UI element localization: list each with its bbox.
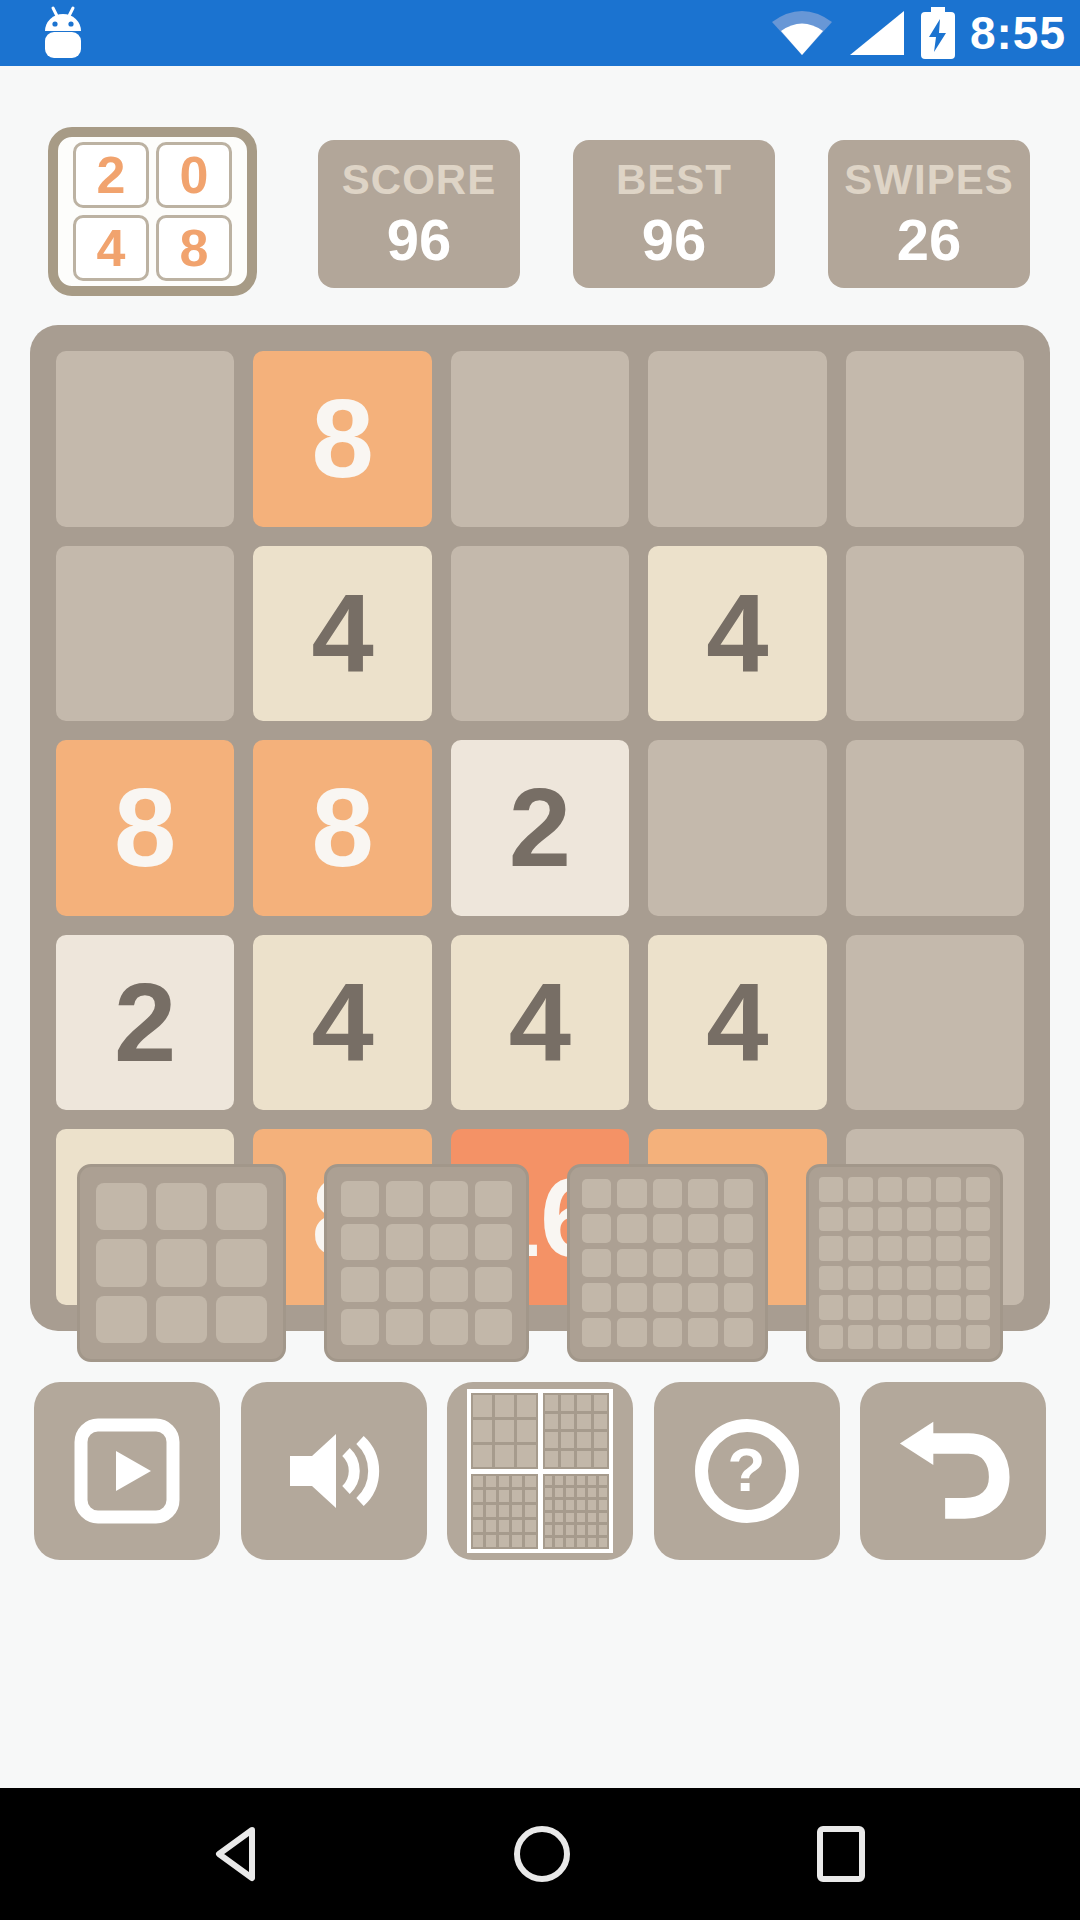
size-option-cell [878, 1177, 902, 1202]
size-option-cell [386, 1267, 424, 1303]
empty-cell [648, 351, 826, 527]
icon-mini-cell [545, 1525, 553, 1534]
size-option-cell [819, 1236, 843, 1261]
icon-mini-cell [566, 1538, 574, 1547]
icon-mini-cell [561, 1414, 574, 1430]
icon-mini-cell [517, 1395, 536, 1417]
size-option-cell [156, 1296, 207, 1343]
empty-cell [648, 740, 826, 916]
icon-mini-cell [561, 1432, 574, 1448]
home-button[interactable] [513, 1823, 571, 1885]
icon-mini-cell [473, 1520, 483, 1532]
icon-mini-cell [555, 1513, 563, 1522]
icon-mini-cell [512, 1490, 522, 1502]
icon-mini-cell [545, 1538, 553, 1547]
icon-mini-cell [555, 1538, 563, 1547]
stat-label: BEST [616, 156, 732, 204]
size-option-cell [430, 1309, 468, 1345]
icon-mini-cell [555, 1476, 563, 1485]
size-option-cell [688, 1214, 717, 1243]
icon-mini-cell [512, 1476, 522, 1488]
size-option-cell [819, 1295, 843, 1320]
size-option-cell [878, 1325, 902, 1350]
play-button[interactable] [34, 1382, 220, 1560]
wifi-icon [769, 9, 835, 57]
size-option-cell [582, 1249, 611, 1278]
size-option-cell [966, 1325, 990, 1350]
logo-cell: 4 [73, 215, 149, 281]
stat-label: SWIPES [844, 156, 1013, 204]
icon-mini-cell [588, 1488, 596, 1497]
icon-mini-cell [555, 1525, 563, 1534]
sound-icon [276, 1416, 392, 1526]
empty-cell [56, 351, 234, 527]
android-robot-icon [28, 5, 98, 61]
size-option-cell [430, 1181, 468, 1217]
icon-mini-cell [594, 1414, 607, 1430]
size-option-cell [653, 1283, 682, 1312]
icon-mini-cell [525, 1520, 535, 1532]
logo-grid: 2048 [73, 142, 232, 281]
icon-mini-cell [499, 1520, 509, 1532]
size-option-cell [386, 1309, 424, 1345]
size-option-cell [724, 1283, 753, 1312]
size-option-cell [475, 1224, 513, 1260]
size-option-cell [475, 1267, 513, 1303]
recents-button[interactable] [816, 1823, 866, 1885]
icon-mini-cell [525, 1476, 535, 1488]
icon-mini-cell [473, 1535, 483, 1547]
size-option-cell [582, 1318, 611, 1347]
icon-mini-cell [473, 1505, 483, 1517]
icon-mini-cell [473, 1490, 483, 1502]
help-icon: ? [695, 1419, 799, 1523]
icon-mini-cell [577, 1476, 585, 1485]
icon-mini-cell [566, 1476, 574, 1485]
size-option-cell [936, 1266, 960, 1291]
size-option-4x4[interactable] [324, 1164, 529, 1362]
empty-cell [846, 740, 1024, 916]
size-option-cell [878, 1266, 902, 1291]
stat-badge-best: BEST96 [573, 140, 775, 288]
size-option-cell [582, 1214, 611, 1243]
icon-mini-cell [512, 1535, 522, 1547]
size-option-cell [653, 1318, 682, 1347]
size-option-cell [907, 1295, 931, 1320]
icon-mini-cell [486, 1520, 496, 1532]
icon-mini-cell [566, 1525, 574, 1534]
size-option-cell [96, 1239, 147, 1286]
sound-button[interactable] [241, 1382, 427, 1560]
icon-mini-cell [545, 1500, 553, 1509]
stat-value: 96 [387, 206, 452, 273]
size-option-cell [617, 1283, 646, 1312]
stat-value: 26 [897, 206, 962, 273]
size-option-cell [341, 1309, 379, 1345]
tile-8: 8 [253, 351, 431, 527]
android-status-bar: 8:55 [0, 0, 1080, 66]
size-option-cell [688, 1249, 717, 1278]
app-logo-2048: 2048 [48, 127, 257, 296]
icon-mini-cell [512, 1505, 522, 1517]
icon-mini-cell [588, 1513, 596, 1522]
icon-mini-cell [545, 1395, 558, 1411]
android-nav-bar [0, 1788, 1080, 1920]
tile-4: 4 [648, 935, 826, 1111]
size-option-cell [617, 1249, 646, 1278]
icon-mini-cell [599, 1513, 607, 1522]
size-option-cell [617, 1318, 646, 1347]
size-option-cell [724, 1214, 753, 1243]
empty-cell [846, 546, 1024, 722]
icon-mini-cell [594, 1451, 607, 1467]
back-button[interactable] [210, 1823, 262, 1885]
size-option-cell [156, 1183, 207, 1230]
help-button[interactable]: ? [654, 1382, 840, 1560]
size-option-cell [582, 1179, 611, 1208]
icon-mini-cell [545, 1432, 558, 1448]
icon-mini-cell [577, 1414, 590, 1430]
icon-mini-cell [594, 1395, 607, 1411]
icon-mini-cell [588, 1538, 596, 1547]
icon-mini-cell [486, 1490, 496, 1502]
size-option-cell [386, 1181, 424, 1217]
size-option-cell [475, 1181, 513, 1217]
stat-label: SCORE [342, 156, 496, 204]
undo-icon [894, 1412, 1012, 1530]
icon-mini-cell [594, 1432, 607, 1448]
icon-mini-cell [577, 1395, 590, 1411]
icon-mini-cell [566, 1488, 574, 1497]
icon-mini-cell [499, 1535, 509, 1547]
icon-mini-cell [473, 1420, 492, 1442]
empty-cell [56, 546, 234, 722]
icon-mini-cell [555, 1488, 563, 1497]
icon-mini-cell [561, 1451, 574, 1467]
size-option-cell [848, 1266, 872, 1291]
size-option-cell [848, 1236, 872, 1261]
cellular-signal-icon [848, 9, 906, 57]
icon-mini-cell [517, 1445, 536, 1467]
logo-cell: 0 [156, 142, 232, 208]
icon-mini-cell [525, 1535, 535, 1547]
icon-mini-cell [599, 1525, 607, 1534]
size-option-cell [653, 1249, 682, 1278]
size-option-cell [907, 1177, 931, 1202]
icon-mini-cell [499, 1505, 509, 1517]
icon-mini-cell [545, 1414, 558, 1430]
icon-mini-cell [517, 1420, 536, 1442]
size-option-cell [156, 1239, 207, 1286]
icon-mini-cell [486, 1476, 496, 1488]
tile-8: 8 [253, 740, 431, 916]
phone-screen: 8:55 2048 SCORE96BEST96SWIPES26 84488224… [0, 0, 1080, 1920]
icon-mini-cell [566, 1500, 574, 1509]
size-option-cell [936, 1325, 960, 1350]
size-option-cell [653, 1214, 682, 1243]
status-icons: 8:55 [769, 0, 1080, 66]
logo-cell: 8 [156, 215, 232, 281]
tile-8: 8 [56, 740, 234, 916]
size-option-cell [724, 1249, 753, 1278]
clock: 8:55 [970, 0, 1066, 66]
size-option-cell [848, 1177, 872, 1202]
icon-mini-cell [588, 1525, 596, 1534]
size-option-cell [936, 1295, 960, 1320]
size-option-cell [216, 1183, 267, 1230]
icon-mini-cell [525, 1490, 535, 1502]
tile-4: 4 [253, 935, 431, 1111]
size-option-cell [936, 1236, 960, 1261]
size-option-cell [848, 1207, 872, 1232]
tile-2: 2 [56, 935, 234, 1111]
size-option-cell [216, 1239, 267, 1286]
size-option-cell [688, 1318, 717, 1347]
size-option-cell [582, 1283, 611, 1312]
size-option-cell [936, 1177, 960, 1202]
grid-sizes-icon [467, 1389, 613, 1553]
battery-charging-icon [919, 7, 957, 59]
icon-mini-cell [495, 1395, 514, 1417]
icon-mini-cell [588, 1476, 596, 1485]
stat-value: 96 [642, 206, 707, 273]
icon-mini-cell [495, 1445, 514, 1467]
size-option-cell [848, 1325, 872, 1350]
icon-mini-cell [577, 1451, 590, 1467]
size-option-3x3[interactable] [77, 1164, 286, 1362]
icon-mini-cell [566, 1513, 574, 1522]
icon-mini-cell [599, 1488, 607, 1497]
size-option-cell [819, 1266, 843, 1291]
question-mark: ? [728, 1434, 766, 1505]
size-option-cell [907, 1266, 931, 1291]
size-option-cell [386, 1224, 424, 1260]
icon-mini-cell [473, 1445, 492, 1467]
logo-cell: 2 [73, 142, 149, 208]
empty-cell [451, 351, 629, 527]
empty-cell [846, 351, 1024, 527]
size-option-cell [341, 1267, 379, 1303]
size-option-cell [430, 1267, 468, 1303]
icon-mini-cell [577, 1525, 585, 1534]
size-option-cell [907, 1236, 931, 1261]
size-option-cell [96, 1296, 147, 1343]
size-option-cell [966, 1236, 990, 1261]
icon-mini-cell [561, 1395, 574, 1411]
icon-mini-cell [486, 1505, 496, 1517]
icon-mini-cell [577, 1513, 585, 1522]
tile-4: 4 [451, 935, 629, 1111]
icon-mini-cell [577, 1432, 590, 1448]
icon-mini-cell [545, 1476, 553, 1485]
undo-button[interactable] [860, 1382, 1046, 1560]
tile-2: 2 [451, 740, 629, 916]
size-option-cell [216, 1296, 267, 1343]
icon-mini-cell [495, 1420, 514, 1442]
icon-mini-cell [525, 1505, 535, 1517]
size-option-cell [475, 1309, 513, 1345]
icon-mini-cell [599, 1500, 607, 1509]
size-option-cell [966, 1177, 990, 1202]
size-option-cell [688, 1179, 717, 1208]
icon-mini-cell [599, 1476, 607, 1485]
icon-mini-cell [577, 1488, 585, 1497]
icon-mini-cell [545, 1488, 553, 1497]
empty-cell [846, 935, 1024, 1111]
icon-mini-cell [473, 1395, 492, 1417]
stat-badge-score: SCORE96 [318, 140, 520, 288]
size-option-cell [341, 1224, 379, 1260]
size-option-cell [617, 1179, 646, 1208]
size-option-cell [936, 1207, 960, 1232]
play-icon [72, 1416, 182, 1526]
icon-mini-cell [577, 1500, 585, 1509]
empty-cell [451, 546, 629, 722]
tile-4: 4 [253, 546, 431, 722]
size-option-cell [819, 1325, 843, 1350]
size-option-cell [430, 1224, 468, 1260]
size-option-cell [724, 1179, 753, 1208]
icon-mini-cell [499, 1490, 509, 1502]
tile-4: 4 [648, 546, 826, 722]
icon-mini-cell [486, 1535, 496, 1547]
size-option-cell [878, 1236, 902, 1261]
icon-mini-cell [555, 1500, 563, 1509]
size-option-cell [819, 1207, 843, 1232]
size-option-cell [848, 1295, 872, 1320]
icon-mini-cell [473, 1476, 483, 1488]
size-option-cell [688, 1283, 717, 1312]
size-option-cell [966, 1266, 990, 1291]
size-option-cell [966, 1295, 990, 1320]
stat-badge-swipes: SWIPES26 [828, 140, 1030, 288]
size-option-6x6[interactable] [806, 1164, 1003, 1362]
icon-mini-cell [599, 1538, 607, 1547]
icon-mini-cell [577, 1538, 585, 1547]
board-size-picker [77, 1164, 1003, 1362]
toolbar: ? [34, 1382, 1046, 1560]
size-option-cell [653, 1179, 682, 1208]
size-option-cell [878, 1295, 902, 1320]
icon-mini-cell [588, 1500, 596, 1509]
size-option-cell [966, 1207, 990, 1232]
size-option-cell [907, 1207, 931, 1232]
size-option-5x5[interactable] [567, 1164, 768, 1362]
size-option-cell [878, 1207, 902, 1232]
size-option-cell [96, 1183, 147, 1230]
icon-mini-cell [545, 1513, 553, 1522]
size-option-cell [819, 1177, 843, 1202]
size-option-cell [617, 1214, 646, 1243]
icon-mini-cell [545, 1451, 558, 1467]
size-option-cell [341, 1181, 379, 1217]
icon-mini-cell [499, 1476, 509, 1488]
grid-sizes-button[interactable] [447, 1382, 633, 1560]
size-option-cell [724, 1318, 753, 1347]
size-option-cell [907, 1325, 931, 1350]
icon-mini-cell [512, 1520, 522, 1532]
